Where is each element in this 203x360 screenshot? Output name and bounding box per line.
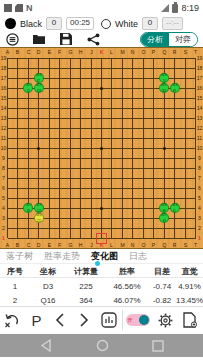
analyze-mode-button[interactable]: 分析 [141,33,169,46]
pass-button[interactable]: P [24,307,48,333]
column-label-top: O [139,49,147,54]
column-label-bottom: H [77,242,85,247]
signal-icon [161,4,169,12]
row-label-left: 17 [0,75,7,80]
row-label-left: 3 [0,215,7,220]
suggestion-winrate: 46.1 [162,84,167,87]
suggestion-winrate: 45.9 [36,204,41,207]
analysis-suggestion-Q3[interactable]: 45.763 [159,213,169,223]
ai-toggle[interactable]: 开 [123,307,154,333]
row-label-left: 5 [0,195,7,200]
row-label-right: 16 [196,85,203,90]
column-label-bottom: P [150,242,158,247]
suggestion-winrate: 45.6 [172,84,177,87]
star-point [163,147,166,150]
analysis-tabs: 落子树 胜率走势 变化图 日志 [0,249,203,264]
grid-line-vertical [195,58,196,238]
ai-toggle-knob [139,315,149,325]
bottom-toolbar: P 开 [0,306,203,333]
stats-cell: 46.07% [106,296,148,305]
column-label-top: R [171,49,179,54]
menu-icon[interactable] [5,32,19,46]
row-label-right: 19 [196,55,203,60]
row-label-left: 12 [0,125,7,130]
analysis-suggestion-D4[interactable]: 45.9103 [34,203,44,213]
analysis-suggestion-C16[interactable]: 45.752 [23,83,33,93]
black-captures: 0 [46,17,62,30]
row-label-left: 4 [0,205,7,210]
row-label-left: 18 [0,65,7,70]
column-label-top: S [181,49,189,54]
stats-cell: 225 [66,282,106,291]
column-label-bottom: A [4,242,12,247]
stats-table-row[interactable]: 1D322546.56%-0.744.91% [0,279,203,293]
row-label-left: 14 [0,105,7,110]
column-label-bottom: J [87,242,95,247]
suggestion-winrate: 45.8 [36,74,41,77]
stats-cell: 1 [0,282,30,291]
star-point [100,87,103,90]
open-file-icon[interactable] [32,32,46,46]
android-nav-bar [0,334,203,357]
column-label-bottom: L [108,242,116,247]
analysis-suggestion-C4[interactable]: 45.758 [23,203,33,213]
col-score-diff: 目差 [148,266,176,277]
column-label-bottom: G [66,242,74,247]
analysis-suggestion-D17[interactable]: 45.867 [34,73,44,83]
suggestion-winrate: 45.7 [162,214,167,217]
row-label-right: 3 [196,215,203,220]
column-label-top: K [98,49,106,54]
column-label-bottom: B [14,242,22,247]
suggestion-visits: 103 [37,210,42,213]
suggestion-winrate: 45.8 [162,74,167,77]
grid-line-horizontal [8,228,196,229]
row-label-left: 13 [0,115,7,120]
column-label-top: C [25,49,33,54]
grid-line-horizontal [8,198,196,199]
stats-cell: Q16 [30,296,66,305]
column-label-top: P [150,49,158,54]
row-label-left: 19 [0,55,7,60]
row-label-right: 17 [196,75,203,80]
col-visits: 计算量 [66,266,106,277]
suggestion-winrate: 45.8 [162,204,167,207]
row-label-right: 6 [196,185,203,190]
stats-cell: D3 [30,282,66,291]
column-label-top: N [129,49,137,54]
next-move-icon[interactable] [72,307,95,333]
column-label-bottom: M [119,242,127,247]
suggestion-winrate: 45.7 [26,84,31,87]
row-label-right: 14 [196,105,203,110]
stats-table-row[interactable]: 2Q1636446.07%-0.8213.45% [0,293,203,307]
column-label-top: D [35,49,43,54]
suggestion-winrate: 46.6 [36,214,41,217]
column-label-bottom: E [45,242,53,247]
grid-line-vertical [185,58,186,238]
grid-line-horizontal [8,178,196,179]
last-move-marker-K1 [96,233,107,244]
column-label-top: H [77,49,85,54]
player-bar: Black 0 00:25 White 0 --:-- [0,16,203,31]
analysis-suggestion-Q16[interactable]: 46.1364 [159,83,169,93]
prev-move-icon[interactable] [49,307,72,333]
row-label-right: 18 [196,65,203,70]
black-player-label: Black [20,19,42,29]
row-label-right: 12 [196,125,203,130]
suggestion-winrate: 45.6 [172,204,177,207]
row-label-right: 2 [196,225,203,230]
row-label-left: 7 [0,175,7,180]
stats-cell: 364 [66,296,106,305]
toolbar: 分析 对弈 [0,31,203,47]
analysis-suggestion-Q17[interactable]: 45.874 [159,73,169,83]
column-label-top: A [4,49,12,54]
white-timer: --:-- [162,17,183,30]
col-index: 序号 [0,266,30,277]
nfc-icon: N [26,4,33,12]
tab-move-tree[interactable]: 落子树 [6,250,33,263]
grid-line-vertical [143,58,144,238]
undo-move-icon[interactable] [0,307,24,333]
suggestion-visits: 49 [173,90,176,93]
suggestion-visits: 58 [27,210,30,213]
row-label-left: 16 [0,85,7,90]
grid-line-vertical [153,58,154,238]
suggestion-visits: 364 [162,90,167,93]
column-label-top: J [87,49,95,54]
column-label-top: Q [160,49,168,54]
row-label-left: 9 [0,155,7,160]
suggestion-visits: 67 [37,80,40,83]
go-board[interactable]: AA1919BB1818CC1717DD1616EE1515FF1414GG13… [0,47,203,249]
stats-cell: -0.74 [148,282,176,291]
suggestion-visits: 225 [37,220,42,223]
column-label-top: G [66,49,74,54]
analysis-suggestion-R16[interactable]: 45.649 [170,83,180,93]
row-label-left: 6 [0,185,7,190]
suggestion-winrate: 45.7 [26,204,31,207]
column-label-bottom: O [139,242,147,247]
row-label-right: 13 [196,115,203,120]
analysis-suggestion-D3[interactable]: 46.6225 [34,213,44,223]
analysis-suggestion-Q4[interactable]: 45.886 [159,203,169,213]
row-label-right: 5 [196,195,203,200]
grid-line-vertical [122,58,123,238]
column-label-bottom: C [25,242,33,247]
grid-line-vertical [111,58,112,238]
column-label-bottom: R [171,242,179,247]
stats-cell: 2 [0,296,30,305]
star-point [100,207,103,210]
suggestion-winrate: 45.9 [36,84,41,87]
grid-line-horizontal [8,168,196,169]
mode-switch: 分析 对弈 [140,32,198,47]
notification-square-icon [4,4,12,12]
suggestion-visits: 86 [163,210,166,213]
col-policy: 直觉 [176,266,203,277]
white-stone-icon [101,19,111,29]
tab-log[interactable]: 日志 [129,250,147,263]
column-label-bottom: S [181,242,189,247]
star-point [37,147,40,150]
row-label-left: 8 [0,165,7,170]
row-label-left: 10 [0,145,7,150]
play-mode-button[interactable]: 对弈 [169,33,197,46]
suggestion-visits: 52 [27,90,30,93]
suggestion-visits: 41 [173,210,176,213]
white-captures: 0 [142,17,158,30]
new-file-icon[interactable] [178,307,203,333]
suggestion-visits: 118 [37,90,41,93]
column-label-top: B [14,49,22,54]
column-label-top: F [56,49,64,54]
col-coord: 坐标 [30,266,66,277]
grid-line-horizontal [8,188,196,189]
row-label-right: 10 [196,145,203,150]
suggestion-visits: 74 [163,80,166,83]
column-label-bottom: T [192,242,200,247]
column-label-bottom: N [129,242,137,247]
column-label-top: L [108,49,116,54]
column-label-top: T [192,49,200,54]
battery-icon [172,4,178,13]
col-winrate: 胜率 [106,266,148,277]
suggestion-visits: 63 [163,220,166,223]
column-label-bottom: D [35,242,43,247]
column-label-bottom: Q [160,242,168,247]
row-label-right: 4 [196,205,203,210]
status-bar: N 8:19 [0,0,203,16]
stats-cell: 13.45% [176,296,203,305]
row-label-right: 1 [196,235,203,240]
settings-gear-icon[interactable] [153,307,177,333]
ai-toggle-on-label: 开 [127,316,132,324]
analysis-suggestion-D16[interactable]: 45.9118 [34,83,44,93]
white-player-label: White [115,19,138,29]
star-point [100,147,103,150]
stats-cell: 46.56% [106,282,148,291]
grid-line-vertical [132,58,133,238]
row-label-right: 7 [196,175,203,180]
stats-table-header: 序号 坐标 计算量 胜率 目差 直觉 [0,265,203,278]
column-label-bottom: F [56,242,64,247]
row-label-left: 15 [0,95,7,100]
nav-recents-icon[interactable] [152,340,164,352]
tab-winrate-trend[interactable]: 胜率走势 [44,250,80,263]
black-timer: 00:25 [66,17,94,30]
winrate-chart-icon[interactable] [95,307,121,333]
nav-home-icon[interactable] [96,339,109,352]
stats-cell: -0.82 [148,296,176,305]
nav-back-icon[interactable] [40,339,53,352]
grid-line-horizontal [8,158,196,159]
row-label-right: 9 [196,155,203,160]
row-label-right: 8 [196,165,203,170]
save-icon[interactable] [59,32,73,46]
stats-cell: 4.91% [176,282,203,291]
row-label-left: 1 [0,235,7,240]
row-label-right: 11 [196,135,203,140]
analysis-suggestion-R4[interactable]: 45.641 [170,203,180,213]
black-stone-icon [5,18,16,29]
column-label-top: E [45,49,53,54]
row-label-left: 2 [0,225,7,230]
row-label-right: 15 [196,95,203,100]
share-icon[interactable] [86,32,100,46]
clock-time: 8:19 [181,3,199,13]
sim-card-icon [15,4,23,12]
column-label-top: M [119,49,127,54]
row-label-left: 11 [0,135,7,140]
